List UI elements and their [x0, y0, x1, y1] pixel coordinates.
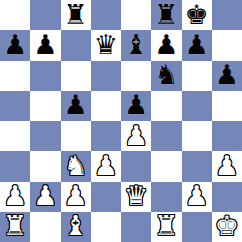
white-knight[interactable]: ♞ [64, 152, 88, 179]
square-f7[interactable]: ♟ [151, 30, 181, 60]
square-e1[interactable] [121, 212, 151, 242]
square-d5[interactable] [91, 91, 121, 121]
square-a1[interactable]: ♜ [0, 212, 30, 242]
square-b8[interactable] [30, 0, 60, 30]
white-king[interactable]: ♚ [215, 212, 239, 239]
chess-board: ♜♜♚♟♟♛♝♟♟♞♟♟♟♟♞♟♟♟♟♟♛♟♜♝♜♚ [0, 0, 242, 242]
square-e4[interactable]: ♟ [121, 121, 151, 151]
square-b1[interactable] [30, 212, 60, 242]
square-d7[interactable]: ♛ [91, 30, 121, 60]
square-d1[interactable] [91, 212, 121, 242]
square-b4[interactable] [30, 121, 60, 151]
white-pawn[interactable]: ♟ [3, 182, 27, 209]
square-g5[interactable] [182, 91, 212, 121]
square-e7[interactable]: ♝ [121, 30, 151, 60]
square-e3[interactable] [121, 151, 151, 181]
square-e2[interactable]: ♛ [121, 182, 151, 212]
square-c2[interactable]: ♟ [61, 182, 91, 212]
white-rook[interactable]: ♜ [3, 212, 27, 239]
square-c1[interactable]: ♝ [61, 212, 91, 242]
square-g3[interactable] [182, 151, 212, 181]
square-a6[interactable] [0, 61, 30, 91]
square-f6[interactable]: ♞ [151, 61, 181, 91]
square-a2[interactable]: ♟ [0, 182, 30, 212]
square-d2[interactable] [91, 182, 121, 212]
white-bishop[interactable]: ♝ [64, 212, 88, 239]
black-queen[interactable]: ♛ [94, 31, 118, 58]
white-pawn[interactable]: ♟ [124, 122, 148, 149]
square-h7[interactable] [212, 30, 242, 60]
black-pawn[interactable]: ♟ [33, 31, 57, 58]
square-d6[interactable] [91, 61, 121, 91]
square-a7[interactable]: ♟ [0, 30, 30, 60]
square-d4[interactable] [91, 121, 121, 151]
square-g4[interactable] [182, 121, 212, 151]
square-b7[interactable]: ♟ [30, 30, 60, 60]
square-a4[interactable] [0, 121, 30, 151]
white-pawn[interactable]: ♟ [215, 152, 239, 179]
black-pawn[interactable]: ♟ [3, 31, 27, 58]
black-rook[interactable]: ♜ [154, 1, 178, 28]
black-rook[interactable]: ♜ [64, 1, 88, 28]
square-c4[interactable] [61, 121, 91, 151]
square-g1[interactable] [182, 212, 212, 242]
square-e6[interactable] [121, 61, 151, 91]
square-f3[interactable] [151, 151, 181, 181]
square-f2[interactable] [151, 182, 181, 212]
square-h3[interactable]: ♟ [212, 151, 242, 181]
square-c5[interactable]: ♟ [61, 91, 91, 121]
black-bishop[interactable]: ♝ [124, 31, 148, 58]
square-c6[interactable] [61, 61, 91, 91]
square-f1[interactable]: ♜ [151, 212, 181, 242]
square-h6[interactable]: ♟ [212, 61, 242, 91]
white-pawn[interactable]: ♟ [33, 182, 57, 209]
square-g6[interactable] [182, 61, 212, 91]
square-a3[interactable] [0, 151, 30, 181]
square-h5[interactable] [212, 91, 242, 121]
square-h8[interactable] [212, 0, 242, 30]
square-d3[interactable]: ♟ [91, 151, 121, 181]
square-e8[interactable] [121, 0, 151, 30]
square-h2[interactable] [212, 182, 242, 212]
black-pawn[interactable]: ♟ [64, 91, 88, 118]
square-f4[interactable] [151, 121, 181, 151]
square-f8[interactable]: ♜ [151, 0, 181, 30]
black-pawn[interactable]: ♟ [185, 31, 209, 58]
square-a5[interactable] [0, 91, 30, 121]
square-g8[interactable]: ♚ [182, 0, 212, 30]
square-h1[interactable]: ♚ [212, 212, 242, 242]
square-b2[interactable]: ♟ [30, 182, 60, 212]
white-queen[interactable]: ♛ [124, 182, 148, 209]
square-g7[interactable]: ♟ [182, 30, 212, 60]
square-c8[interactable]: ♜ [61, 0, 91, 30]
square-a8[interactable] [0, 0, 30, 30]
white-pawn[interactable]: ♟ [64, 182, 88, 209]
square-c7[interactable] [61, 30, 91, 60]
white-rook[interactable]: ♜ [154, 212, 178, 239]
square-b3[interactable] [30, 151, 60, 181]
white-pawn[interactable]: ♟ [94, 152, 118, 179]
square-f5[interactable] [151, 91, 181, 121]
black-pawn[interactable]: ♟ [154, 31, 178, 58]
black-pawn[interactable]: ♟ [124, 91, 148, 118]
square-h4[interactable] [212, 121, 242, 151]
square-d8[interactable] [91, 0, 121, 30]
black-pawn[interactable]: ♟ [215, 61, 239, 88]
square-b5[interactable] [30, 91, 60, 121]
square-b6[interactable] [30, 61, 60, 91]
black-king[interactable]: ♚ [185, 1, 209, 28]
black-knight[interactable]: ♞ [154, 61, 178, 88]
white-pawn[interactable]: ♟ [185, 182, 209, 209]
square-c3[interactable]: ♞ [61, 151, 91, 181]
square-g2[interactable]: ♟ [182, 182, 212, 212]
square-e5[interactable]: ♟ [121, 91, 151, 121]
